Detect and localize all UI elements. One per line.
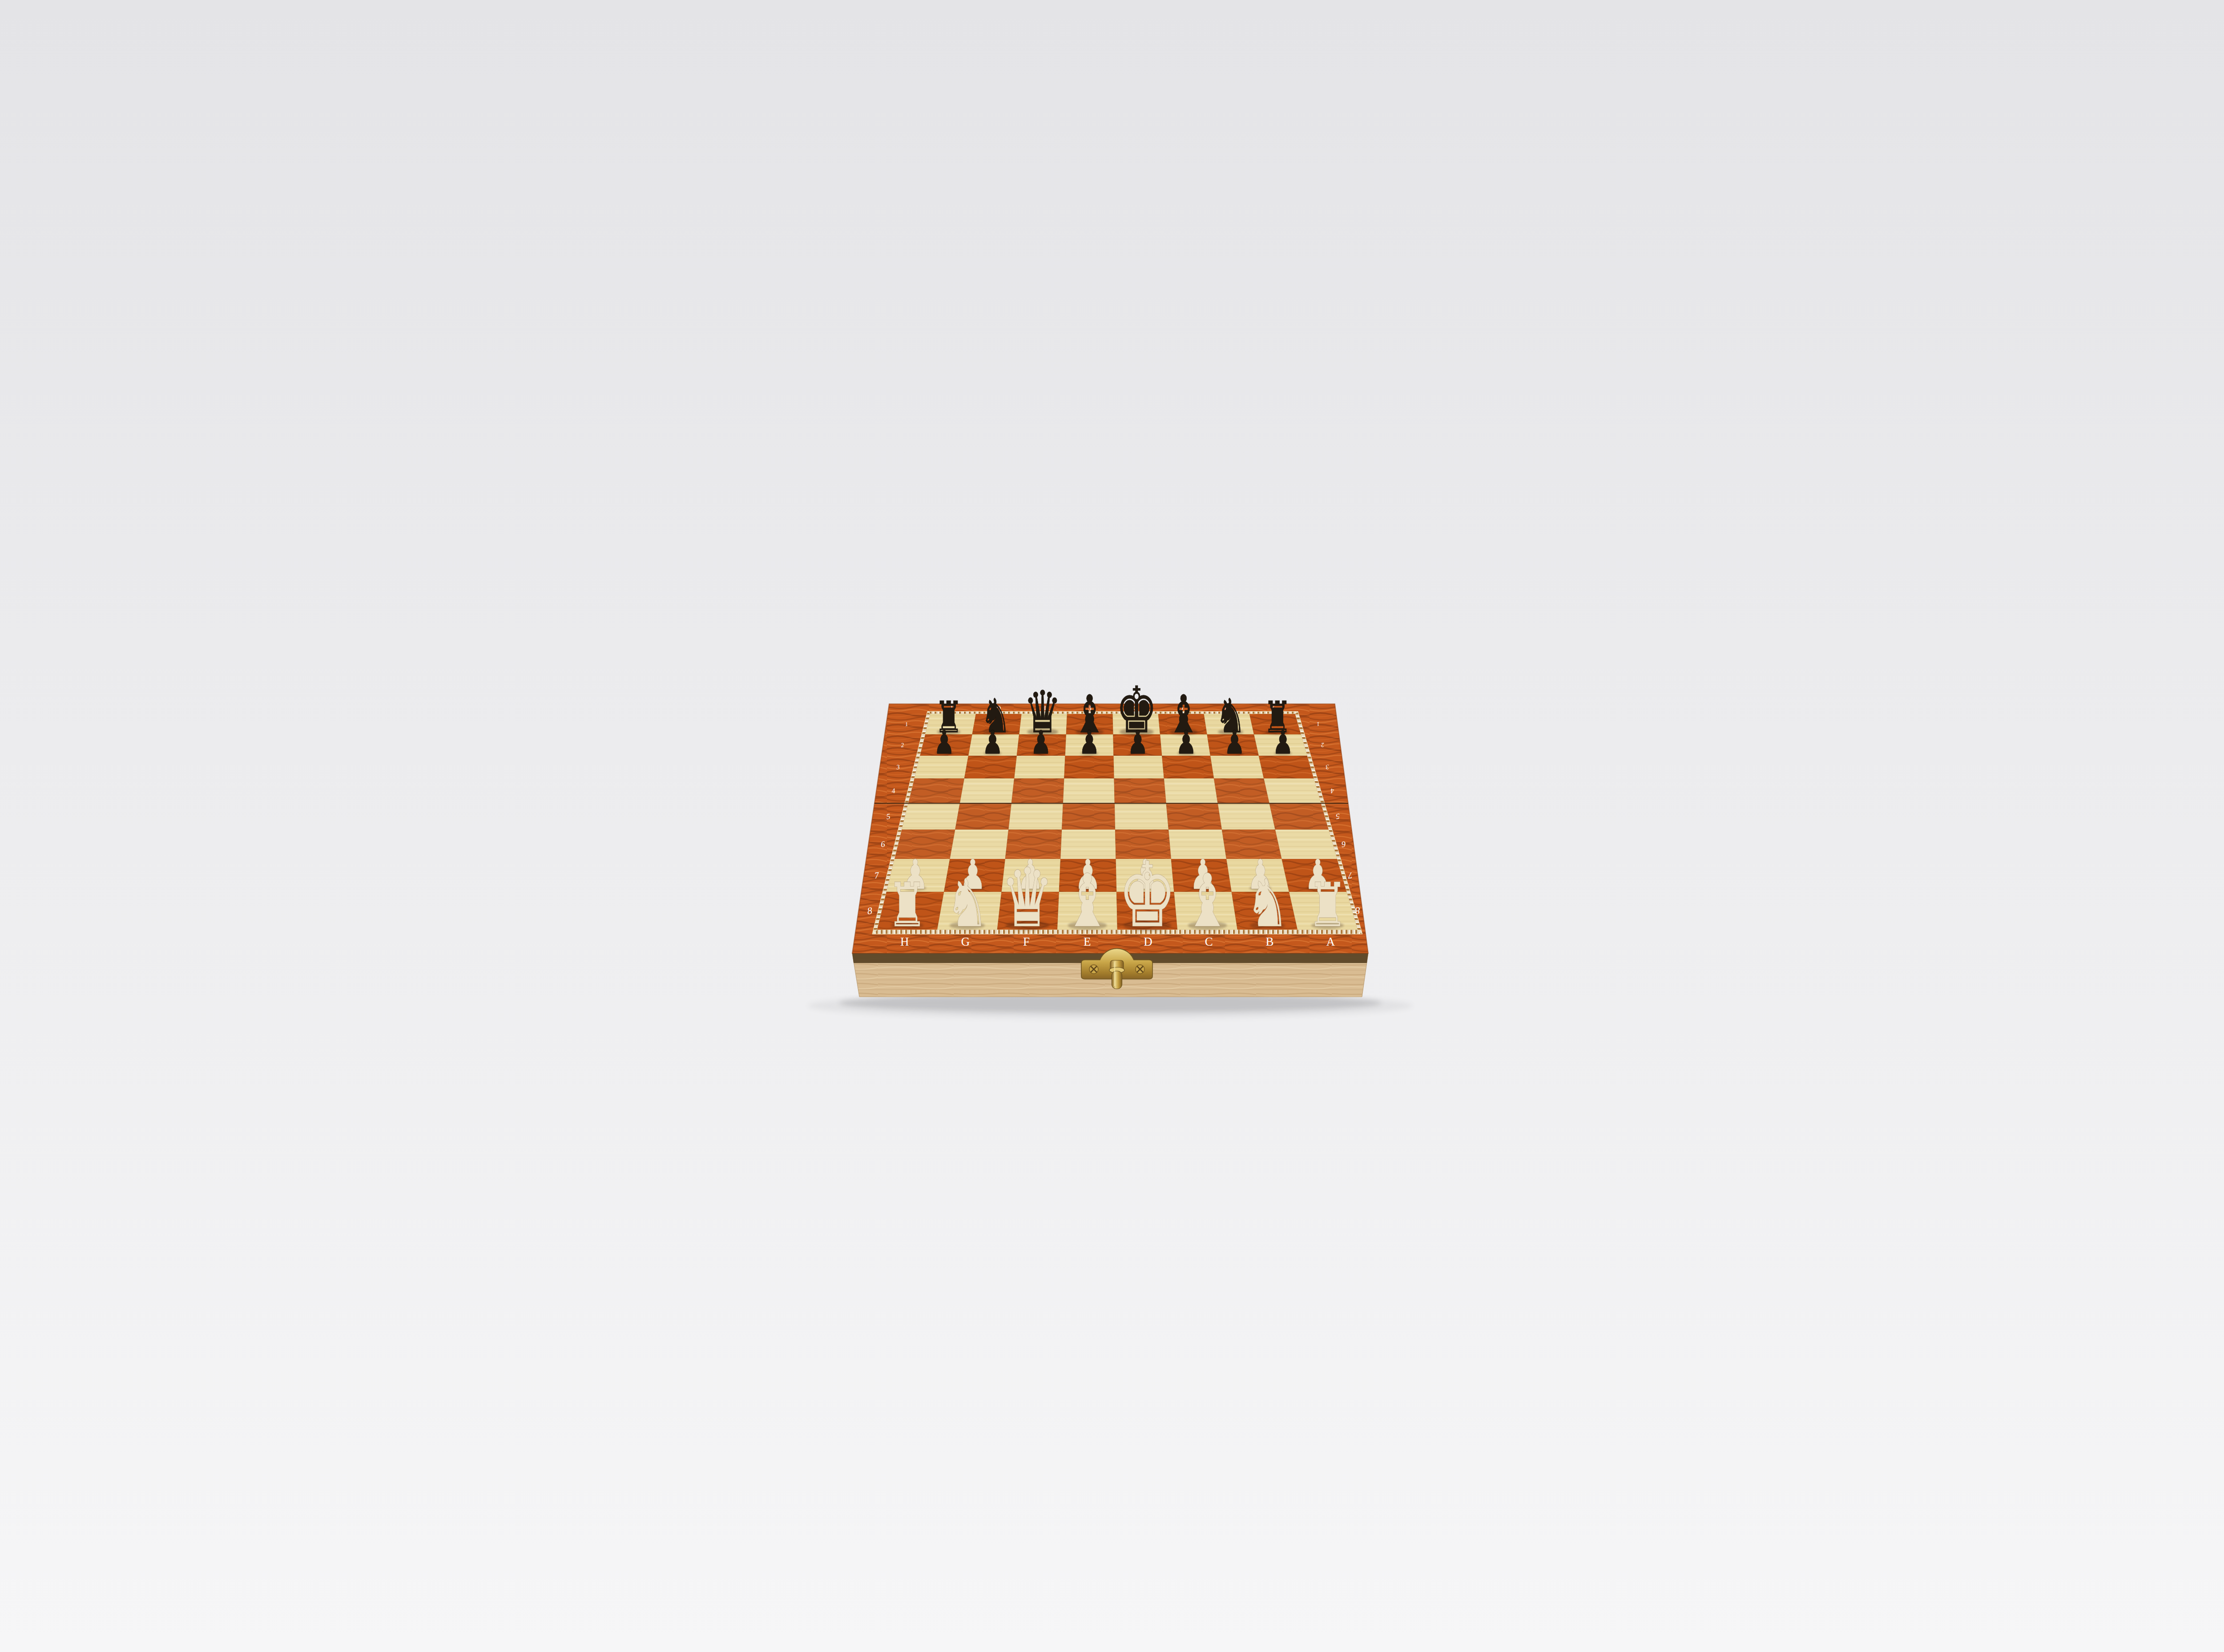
piece-white-knight-b8[interactable]: ♞ (1246, 865, 1289, 941)
photo-scene: { "game": "chess", "scene": { "descripti… (0, 0, 2224, 1652)
board-svg: HGFEDCBAHGFEDCBA1122334455667788♜♞♝♚♝♛♞♜… (802, 620, 1422, 1033)
piece-black-pawn-f2[interactable]: ♟ (1030, 723, 1051, 761)
piece-black-pawn-b2[interactable]: ♟ (1224, 723, 1245, 761)
piece-white-rook-a8[interactable]: ♜ (1307, 869, 1347, 940)
piece-white-bishop-c8[interactable]: ♝ (1183, 858, 1231, 943)
piece-white-king-d8[interactable]: ♚ (1118, 843, 1176, 947)
piece-white-bishop-e8[interactable]: ♝ (1063, 858, 1111, 943)
piece-black-pawn-e2[interactable]: ♟ (1079, 723, 1100, 761)
piece-white-queen-f8[interactable]: ♛ (1000, 850, 1054, 945)
piece-black-pawn-d2[interactable]: ♟ (1127, 723, 1148, 761)
piece-black-pawn-h2[interactable]: ♟ (933, 723, 954, 761)
piece-black-pawn-c2[interactable]: ♟ (1175, 723, 1196, 761)
piece-black-pawn-g2[interactable]: ♟ (982, 723, 1003, 761)
latch-knob-barrel (1112, 971, 1122, 989)
piece-black-pawn-a2[interactable]: ♟ (1272, 723, 1293, 761)
sheen (894, 778, 1337, 859)
piece-white-knight-g8[interactable]: ♞ (946, 865, 989, 941)
piece-white-rook-h8[interactable]: ♜ (887, 869, 927, 940)
chessboard-photo: HGFEDCBAHGFEDCBA1122334455667788♜♞♝♚♝♛♞♜… (802, 620, 1422, 1033)
